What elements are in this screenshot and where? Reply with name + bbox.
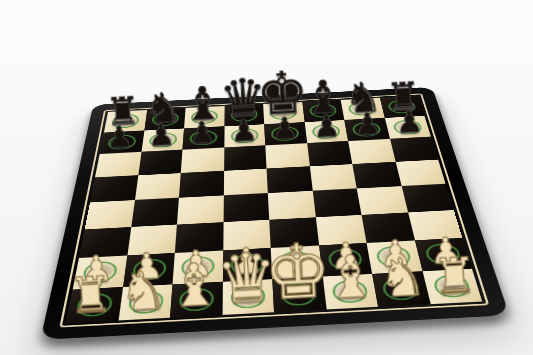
square-c7[interactable]: ♟ bbox=[182, 126, 224, 150]
square-e5[interactable] bbox=[267, 166, 313, 193]
piece-white-knight[interactable]: ♞ bbox=[377, 249, 428, 305]
square-g1[interactable]: ♞ bbox=[372, 271, 430, 307]
maple-inlay-frame: ♜♞♝♛♚♝♞♜♟♟♟♟♟♟♟♟♟♟♟♟♟♟♟♟♜♞♝♛♚♝♞♜ bbox=[59, 93, 489, 327]
piece-black-pawn[interactable]: ♟ bbox=[312, 111, 340, 142]
piece-white-bishop[interactable]: ♝ bbox=[167, 255, 222, 316]
square-h5[interactable] bbox=[395, 159, 445, 186]
square-a5[interactable] bbox=[90, 175, 138, 202]
piece-white-rook[interactable]: ♜ bbox=[68, 270, 115, 321]
piece-black-pawn[interactable]: ♟ bbox=[354, 109, 382, 140]
square-f6[interactable] bbox=[307, 141, 353, 166]
square-b4[interactable] bbox=[131, 198, 179, 227]
piece-black-pawn[interactable]: ♟ bbox=[395, 107, 423, 138]
square-b6[interactable] bbox=[138, 150, 183, 175]
piece-black-pawn[interactable]: ♟ bbox=[188, 117, 216, 148]
square-d4[interactable] bbox=[223, 193, 269, 222]
square-d6[interactable] bbox=[224, 145, 267, 170]
square-h1[interactable]: ♜ bbox=[422, 268, 482, 304]
perspective-scene: ♜♞♝♛♚♝♞♜♟♟♟♟♟♟♟♟♟♟♟♟♟♟♟♟♜♞♝♛♚♝♞♜ bbox=[61, 0, 475, 355]
square-b7[interactable]: ♟ bbox=[141, 128, 184, 152]
square-f1[interactable]: ♝ bbox=[322, 274, 378, 310]
piece-white-knight[interactable]: ♞ bbox=[117, 263, 168, 319]
square-c6[interactable] bbox=[181, 148, 224, 173]
square-g7[interactable]: ♟ bbox=[344, 118, 389, 141]
square-g4[interactable] bbox=[357, 186, 408, 215]
square-c1[interactable]: ♝ bbox=[170, 281, 222, 317]
square-f7[interactable]: ♟ bbox=[304, 120, 348, 143]
square-d7[interactable]: ♟ bbox=[224, 124, 265, 148]
piece-black-pawn[interactable]: ♟ bbox=[230, 115, 258, 146]
square-c5[interactable] bbox=[179, 171, 224, 198]
square-a6[interactable] bbox=[95, 152, 141, 177]
square-a7[interactable]: ♟ bbox=[100, 130, 144, 154]
square-b1[interactable]: ♞ bbox=[118, 284, 173, 320]
board-squares: ♜♞♝♛♚♝♞♜♟♟♟♟♟♟♟♟♟♟♟♟♟♟♟♟♜♞♝♛♚♝♞♜ bbox=[66, 96, 482, 323]
piece-black-pawn[interactable]: ♟ bbox=[147, 120, 175, 151]
square-e1[interactable]: ♚ bbox=[272, 276, 326, 312]
square-g5[interactable] bbox=[352, 162, 401, 189]
board-tilt-wrapper: ♜♞♝♛♚♝♞♜♟♟♟♟♟♟♟♟♟♟♟♟♟♟♟♟♜♞♝♛♚♝♞♜ bbox=[0, 0, 533, 355]
square-c4[interactable] bbox=[177, 195, 223, 224]
square-g6[interactable] bbox=[348, 139, 395, 164]
square-b5[interactable] bbox=[134, 173, 180, 200]
piece-black-pawn[interactable]: ♟ bbox=[106, 122, 134, 153]
piece-white-rook[interactable]: ♜ bbox=[431, 251, 478, 302]
square-f4[interactable] bbox=[312, 188, 361, 217]
chess-board: ♜♞♝♛♚♝♞♜♟♟♟♟♟♟♟♟♟♟♟♟♟♟♟♟♜♞♝♛♚♝♞♜ bbox=[40, 87, 509, 340]
square-f5[interactable] bbox=[309, 164, 356, 191]
piece-white-bishop[interactable]: ♝ bbox=[323, 247, 378, 308]
square-h7[interactable]: ♟ bbox=[384, 116, 431, 139]
piece-black-pawn[interactable]: ♟ bbox=[271, 113, 299, 144]
square-a4[interactable] bbox=[85, 200, 135, 229]
square-e6[interactable] bbox=[265, 143, 309, 168]
square-e4[interactable] bbox=[268, 191, 316, 220]
square-h4[interactable] bbox=[401, 184, 454, 213]
square-e7[interactable]: ♟ bbox=[264, 122, 307, 146]
square-h6[interactable] bbox=[390, 137, 438, 162]
product-photo-stage: ♜♞♝♛♚♝♞♜♟♟♟♟♟♟♟♟♟♟♟♟♟♟♟♟♜♞♝♛♚♝♞♜ bbox=[0, 0, 533, 355]
square-a1[interactable]: ♜ bbox=[66, 287, 123, 324]
square-d5[interactable] bbox=[223, 168, 267, 195]
